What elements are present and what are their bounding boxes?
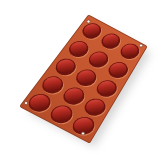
silicone-mold-image xyxy=(0,0,165,165)
corner-hole xyxy=(24,101,27,104)
corner-hole xyxy=(81,132,84,135)
corner-hole xyxy=(87,20,90,23)
product-photo xyxy=(0,0,165,165)
corner-hole xyxy=(139,44,142,47)
